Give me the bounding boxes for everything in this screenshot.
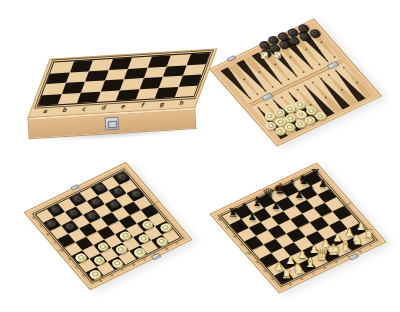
checker-ring [158, 238, 166, 244]
die-pip [263, 54, 264, 55]
checker-ring [289, 29, 297, 35]
checker-ring [267, 123, 275, 129]
checker-ring [118, 174, 126, 180]
board-square [174, 85, 197, 97]
checker-ring [296, 102, 304, 108]
checker-ring [290, 38, 298, 44]
chess-piece-black-pawn: ♟ [314, 178, 332, 188]
latch [226, 55, 236, 62]
checker-ring [95, 257, 103, 263]
checker-ring [139, 235, 147, 241]
die-pip [275, 53, 276, 54]
checker-ring [269, 37, 277, 43]
checker-ring [117, 246, 125, 252]
product-photo: abcdefgh abcdefgh87654321 abcdefgh876543… [0, 0, 400, 312]
checker-ring [77, 254, 85, 260]
latch [105, 117, 120, 131]
checker-ring [92, 199, 100, 205]
die [261, 52, 268, 59]
checker-ring [307, 108, 315, 114]
checker-ring [279, 33, 287, 39]
chess-piece-white-rook: ♜ [360, 228, 378, 240]
checker-ring [306, 117, 314, 123]
checker-ring [70, 210, 78, 216]
checker-ring [114, 188, 122, 194]
checker-ring [270, 45, 278, 51]
checker-ring [299, 26, 307, 32]
checker-ring [266, 113, 274, 119]
checker-ring [286, 106, 294, 112]
checker-ring [287, 115, 295, 121]
checker-ring [52, 207, 60, 213]
backgammon-board [209, 19, 382, 147]
checker-ring [111, 202, 119, 208]
checker-ring [277, 119, 285, 125]
checker-ring [296, 121, 304, 127]
checker-ring [66, 224, 74, 230]
checker-ring [91, 271, 99, 277]
chess-board: abcdefgh87654321♜♞♝♛♚♝♞♜♟♟♟♟♟♟♟♟♟♟♟♟♟♟♟♟… [209, 162, 386, 293]
board-square [186, 53, 209, 65]
folded-chess-box: abcdefgh [24, 45, 201, 139]
checker-ring [133, 191, 141, 197]
checker-ring [96, 185, 104, 191]
checker-ring [276, 128, 284, 134]
die-pip [266, 57, 267, 58]
checker-ring [99, 243, 107, 249]
checker-ring [88, 213, 96, 219]
board-square [178, 74, 201, 86]
latch-hasp [107, 121, 116, 129]
checker-ring [74, 196, 82, 202]
latch [70, 184, 79, 190]
checker-ring [260, 42, 268, 48]
die-pip [278, 56, 279, 57]
checker-ring [48, 221, 56, 227]
checker-ring [113, 260, 121, 266]
checker-ring [286, 124, 294, 130]
checker-ring [136, 249, 144, 255]
checker-ring [316, 113, 324, 119]
checker-ring [276, 109, 284, 115]
checker-ring [280, 41, 288, 47]
board-square [182, 64, 205, 76]
checker-ring [310, 30, 318, 36]
die [273, 51, 280, 58]
checker-ring [297, 111, 305, 117]
checker-ring [121, 232, 129, 238]
checker-ring [143, 221, 151, 227]
checker-ring [162, 224, 170, 230]
checkers-board: abcdefgh87654321 [24, 162, 193, 290]
checker-ring [300, 34, 308, 40]
